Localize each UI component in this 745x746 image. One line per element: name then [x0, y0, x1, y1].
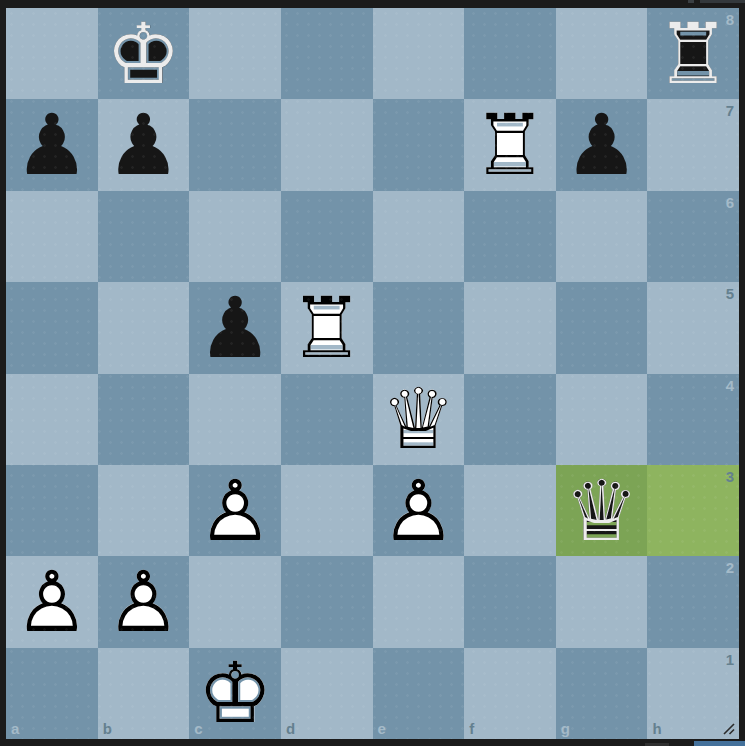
window-artifact-dot — [688, 0, 694, 3]
white-king-outline-glyph: ♔ — [189, 648, 281, 739]
piece-white-pawn[interactable]: ♟♙ — [189, 465, 281, 556]
square-b3[interactable] — [98, 465, 190, 556]
white-rook-outline-glyph: ♖ — [464, 99, 556, 190]
piece-black-king[interactable]: ♚♔ — [98, 8, 190, 99]
piece-black-pawn[interactable]: ♟ — [6, 99, 98, 190]
square-d2[interactable] — [281, 556, 373, 647]
square-f1[interactable]: f — [464, 648, 556, 739]
file-label-h: h — [652, 721, 661, 736]
piece-white-pawn[interactable]: ♟♙ — [6, 556, 98, 647]
black-pawn-glyph: ♟ — [189, 282, 281, 373]
square-e4[interactable]: ♛♕ — [373, 374, 465, 465]
square-e1[interactable]: e — [373, 648, 465, 739]
square-a1[interactable]: a — [6, 648, 98, 739]
piece-black-pawn[interactable]: ♟ — [98, 99, 190, 190]
square-e5[interactable] — [373, 282, 465, 373]
square-e3[interactable]: ♟♙ — [373, 465, 465, 556]
square-d8[interactable] — [281, 8, 373, 99]
square-f3[interactable] — [464, 465, 556, 556]
square-c2[interactable] — [189, 556, 281, 647]
piece-black-queen[interactable]: ♛♕ — [556, 465, 648, 556]
rank-label-1: 1 — [726, 652, 734, 667]
square-c6[interactable] — [189, 191, 281, 282]
black-pawn-glyph: ♟ — [98, 99, 190, 190]
file-label-f: f — [469, 721, 474, 736]
square-g2[interactable] — [556, 556, 648, 647]
file-label-d: d — [286, 721, 295, 736]
window-artifact-strip — [700, 0, 745, 3]
square-e2[interactable] — [373, 556, 465, 647]
square-b2[interactable]: ♟♙ — [98, 556, 190, 647]
file-label-g: g — [561, 721, 570, 736]
square-d4[interactable] — [281, 374, 373, 465]
square-a3[interactable] — [6, 465, 98, 556]
square-g3[interactable]: ♛♕ — [556, 465, 648, 556]
square-b7[interactable]: ♟ — [98, 99, 190, 190]
square-e8[interactable] — [373, 8, 465, 99]
square-f5[interactable] — [464, 282, 556, 373]
square-h7[interactable]: 7 — [647, 99, 739, 190]
white-rook-outline-glyph: ♖ — [281, 282, 373, 373]
rank-label-3: 3 — [726, 469, 734, 484]
rank-label-2: 2 — [726, 560, 734, 575]
piece-white-king[interactable]: ♚♔ — [189, 648, 281, 739]
square-b8[interactable]: ♚♔ — [98, 8, 190, 99]
square-g5[interactable] — [556, 282, 648, 373]
square-b6[interactable] — [98, 191, 190, 282]
square-c5[interactable]: ♟ — [189, 282, 281, 373]
piece-white-pawn[interactable]: ♟♙ — [98, 556, 190, 647]
square-f4[interactable] — [464, 374, 556, 465]
file-label-b: b — [103, 721, 112, 736]
square-h5[interactable]: 5 — [647, 282, 739, 373]
square-c1[interactable]: c♚♔ — [189, 648, 281, 739]
square-c7[interactable] — [189, 99, 281, 190]
white-pawn-outline-glyph: ♙ — [98, 556, 190, 647]
board-resize-handle[interactable] — [722, 722, 736, 736]
piece-white-rook[interactable]: ♜♖ — [281, 282, 373, 373]
piece-white-rook[interactable]: ♜♖ — [464, 99, 556, 190]
bottom-bar-fragment — [694, 741, 745, 746]
square-c3[interactable]: ♟♙ — [189, 465, 281, 556]
piece-white-queen[interactable]: ♛♕ — [373, 374, 465, 465]
square-b1[interactable]: b — [98, 648, 190, 739]
file-label-e: e — [378, 721, 386, 736]
black-queen-outline-glyph: ♕ — [556, 465, 648, 556]
black-king-outline-glyph: ♔ — [98, 8, 190, 99]
piece-black-pawn[interactable]: ♟ — [189, 282, 281, 373]
square-h8[interactable]: 8♜♖ — [647, 8, 739, 99]
square-a2[interactable]: ♟♙ — [6, 556, 98, 647]
square-e6[interactable] — [373, 191, 465, 282]
black-pawn-glyph: ♟ — [6, 99, 98, 190]
white-queen-outline-glyph: ♕ — [373, 374, 465, 465]
rank-label-4: 4 — [726, 378, 734, 393]
square-h6[interactable]: 6 — [647, 191, 739, 282]
square-h3[interactable]: 3 — [647, 465, 739, 556]
square-d3[interactable] — [281, 465, 373, 556]
square-a5[interactable] — [6, 282, 98, 373]
piece-black-rook[interactable]: ♜♖ — [647, 8, 739, 99]
black-rook-outline-glyph: ♖ — [647, 8, 739, 99]
square-h4[interactable]: 4 — [647, 374, 739, 465]
square-f6[interactable] — [464, 191, 556, 282]
board-frame: ♚♔8♜♖♟♟♜♖♟76♟♜♖5♛♕4♟♙♟♙♛♕3♟♙♟♙2abc♚♔defg… — [0, 0, 745, 746]
white-pawn-outline-glyph: ♙ — [373, 465, 465, 556]
file-label-a: a — [11, 721, 19, 736]
square-g6[interactable] — [556, 191, 648, 282]
square-h2[interactable]: 2 — [647, 556, 739, 647]
square-g8[interactable] — [556, 8, 648, 99]
square-g1[interactable]: g — [556, 648, 648, 739]
square-f8[interactable] — [464, 8, 556, 99]
square-d6[interactable] — [281, 191, 373, 282]
rank-label-6: 6 — [726, 195, 734, 210]
square-a8[interactable] — [6, 8, 98, 99]
square-f7[interactable]: ♜♖ — [464, 99, 556, 190]
square-d1[interactable]: d — [281, 648, 373, 739]
black-pawn-glyph: ♟ — [556, 99, 648, 190]
rank-label-5: 5 — [726, 286, 734, 301]
square-a7[interactable]: ♟ — [6, 99, 98, 190]
white-pawn-outline-glyph: ♙ — [189, 465, 281, 556]
piece-white-pawn[interactable]: ♟♙ — [373, 465, 465, 556]
white-pawn-outline-glyph: ♙ — [6, 556, 98, 647]
piece-black-pawn[interactable]: ♟ — [556, 99, 648, 190]
square-d7[interactable] — [281, 99, 373, 190]
square-a6[interactable] — [6, 191, 98, 282]
square-b4[interactable] — [98, 374, 190, 465]
square-a4[interactable] — [6, 374, 98, 465]
square-f2[interactable] — [464, 556, 556, 647]
square-g4[interactable] — [556, 374, 648, 465]
chess-board: ♚♔8♜♖♟♟♜♖♟76♟♜♖5♛♕4♟♙♟♙♛♕3♟♙♟♙2abc♚♔defg… — [6, 8, 739, 739]
square-d5[interactable]: ♜♖ — [281, 282, 373, 373]
square-c4[interactable] — [189, 374, 281, 465]
rank-label-7: 7 — [726, 103, 734, 118]
square-c8[interactable] — [189, 8, 281, 99]
square-g7[interactable]: ♟ — [556, 99, 648, 190]
square-b5[interactable] — [98, 282, 190, 373]
square-e7[interactable] — [373, 99, 465, 190]
